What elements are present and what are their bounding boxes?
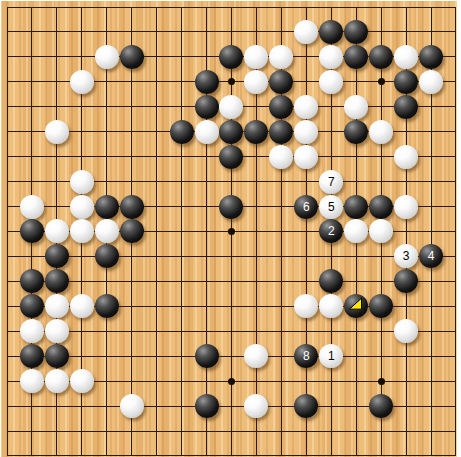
stone-white[interactable] (95, 219, 119, 243)
grid-line (7, 331, 457, 332)
stone-white[interactable] (45, 369, 69, 393)
stone-white[interactable] (244, 45, 268, 69)
stone-white[interactable] (294, 20, 318, 44)
move-number: 7 (328, 176, 335, 188)
stone-black[interactable] (195, 344, 219, 368)
stone-black[interactable] (319, 20, 343, 44)
stone-white[interactable] (394, 45, 418, 69)
stone-black[interactable]: 8 (294, 344, 318, 368)
stone-white[interactable] (45, 219, 69, 243)
star-point (228, 378, 235, 385)
stone-black[interactable] (195, 394, 219, 418)
stone-black[interactable] (45, 269, 69, 293)
stone-black[interactable] (195, 95, 219, 119)
move-number: 2 (328, 225, 335, 237)
stone-black[interactable] (219, 120, 243, 144)
stone-black[interactable] (170, 120, 194, 144)
stone-white[interactable] (294, 145, 318, 169)
stone-white[interactable] (45, 319, 69, 343)
move-number: 8 (303, 350, 310, 362)
stone-white[interactable] (70, 170, 94, 194)
stone-black[interactable] (269, 120, 293, 144)
triangle-marker-icon (348, 297, 364, 315)
stone-white[interactable]: 1 (319, 344, 343, 368)
stone-black[interactable] (344, 120, 368, 144)
stone-black[interactable] (344, 45, 368, 69)
star-point (228, 228, 235, 235)
stone-white[interactable] (244, 70, 268, 94)
stone-black[interactable] (244, 120, 268, 144)
stone-white[interactable] (369, 120, 393, 144)
stone-white[interactable] (294, 294, 318, 318)
move-number: 5 (328, 201, 335, 213)
stone-black[interactable] (95, 294, 119, 318)
stone-white[interactable] (244, 344, 268, 368)
stone-white[interactable] (20, 319, 44, 343)
stone-white[interactable] (120, 394, 144, 418)
stone-black[interactable]: 4 (419, 244, 443, 268)
stone-black[interactable] (319, 269, 343, 293)
stone-white[interactable]: 5 (319, 195, 343, 219)
stone-black[interactable] (45, 244, 69, 268)
stone-white[interactable] (70, 369, 94, 393)
move-number: 6 (303, 201, 310, 213)
star-point (378, 378, 385, 385)
stone-black[interactable] (394, 269, 418, 293)
go-board[interactable]: 765234 81 (0, 0, 461, 457)
stone-black[interactable] (219, 195, 243, 219)
stone-black[interactable] (120, 45, 144, 69)
stone-black[interactable] (269, 70, 293, 94)
stone-white[interactable]: 7 (319, 170, 343, 194)
stone-white[interactable] (244, 394, 268, 418)
stone-white[interactable] (294, 95, 318, 119)
stone-white[interactable] (369, 219, 393, 243)
stone-black[interactable] (120, 219, 144, 243)
stone-black[interactable] (219, 145, 243, 169)
stone-black[interactable] (95, 195, 119, 219)
stone-black[interactable] (120, 195, 144, 219)
stone-white[interactable] (294, 120, 318, 144)
stone-white[interactable] (45, 294, 69, 318)
stone-black[interactable] (269, 95, 293, 119)
stone-black[interactable] (394, 95, 418, 119)
stone-black[interactable] (20, 269, 44, 293)
stone-black[interactable] (45, 344, 69, 368)
grid-line (7, 431, 457, 432)
stone-black[interactable] (294, 394, 318, 418)
stone-white[interactable] (319, 45, 343, 69)
stone-black[interactable] (20, 219, 44, 243)
stone-black[interactable] (344, 294, 368, 318)
move-number: 4 (428, 250, 435, 262)
stone-black[interactable] (344, 20, 368, 44)
stone-black[interactable] (369, 294, 393, 318)
stone-white[interactable] (70, 219, 94, 243)
stone-white[interactable] (269, 45, 293, 69)
grid-line (7, 256, 457, 257)
stone-black[interactable] (95, 244, 119, 268)
stone-white[interactable] (344, 219, 368, 243)
stone-white[interactable] (269, 145, 293, 169)
stone-black[interactable] (369, 394, 393, 418)
move-number: 1 (328, 350, 335, 362)
stone-white[interactable]: 3 (394, 244, 418, 268)
stone-white[interactable] (219, 95, 243, 119)
star-point (228, 78, 235, 85)
stone-white[interactable] (70, 294, 94, 318)
stone-white[interactable] (70, 195, 94, 219)
stone-black[interactable] (369, 195, 393, 219)
stone-white[interactable] (419, 70, 443, 94)
stone-white[interactable] (20, 195, 44, 219)
stone-white[interactable] (319, 70, 343, 94)
stone-white[interactable] (45, 120, 69, 144)
stone-white[interactable] (70, 70, 94, 94)
move-number: 3 (403, 250, 410, 262)
stone-black[interactable]: 2 (319, 219, 343, 243)
stone-white[interactable] (344, 95, 368, 119)
stone-white[interactable] (394, 145, 418, 169)
grid-line (7, 281, 457, 282)
grid-line (7, 356, 457, 357)
grid-line (306, 7, 307, 457)
go-app-window: 765234 81 (0, 0, 461, 457)
stone-black[interactable] (344, 195, 368, 219)
stone-white[interactable] (319, 294, 343, 318)
stone-white[interactable] (394, 195, 418, 219)
stone-black[interactable]: 6 (294, 195, 318, 219)
stone-black[interactable] (20, 344, 44, 368)
stone-black[interactable] (369, 45, 393, 69)
stone-black[interactable] (20, 294, 44, 318)
stone-black[interactable] (419, 45, 443, 69)
stone-white[interactable] (195, 120, 219, 144)
grid-line (455, 7, 456, 457)
stone-white[interactable] (20, 369, 44, 393)
star-point (378, 78, 385, 85)
stone-black[interactable] (219, 45, 243, 69)
stone-black[interactable] (195, 70, 219, 94)
stone-white[interactable] (95, 45, 119, 69)
stone-black[interactable] (394, 70, 418, 94)
stone-white[interactable] (394, 319, 418, 343)
grid-line (7, 455, 457, 456)
